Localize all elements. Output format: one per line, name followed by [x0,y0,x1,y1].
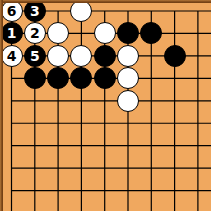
stone-black [94,45,116,67]
stone-white [47,45,69,67]
stone-black-move-3: 3 [24,0,46,22]
stone-black-move-5: 5 [24,45,46,67]
board-top-edge [0,0,211,3]
stone-white [94,22,116,44]
go-board: 631245 [0,0,211,211]
stone-black-move-1: 1 [1,22,23,44]
stone-black [24,67,46,89]
stone-white [117,45,139,67]
board-left-edge [0,0,3,211]
stone-black [94,67,116,89]
stone-white [117,90,139,112]
stone-black [164,45,186,67]
stone-white-move-4: 4 [1,45,23,67]
stone-white-move-6: 6 [1,0,23,22]
